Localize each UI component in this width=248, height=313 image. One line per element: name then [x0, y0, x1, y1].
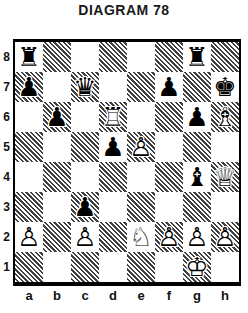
rank-label-8: 8	[0, 42, 13, 72]
square-f4	[155, 162, 183, 192]
square-c4	[71, 162, 99, 192]
rank-label-7: 7	[0, 72, 13, 102]
square-a5	[15, 132, 43, 162]
black-pawn: ♟♟	[183, 102, 211, 132]
square-c2: ♟♙	[71, 222, 99, 252]
board-wrap: ♜♜♜♜♟♟♛♛♟♟♚♚♟♟♜♖♟♟♝♗♟♟♟♙♝♝♛♕♟♟♟♙♟♙♞♘♟♙♟♙…	[13, 39, 241, 303]
piece-glyph: ♟	[99, 132, 127, 162]
square-e5: ♟♙	[127, 132, 155, 162]
square-h6: ♝♗	[211, 102, 239, 132]
white-knight: ♞♘	[127, 222, 155, 252]
piece-glyph: ♜	[183, 42, 211, 72]
square-f8	[155, 42, 183, 72]
square-c7: ♛♛	[71, 72, 99, 102]
black-rook: ♜♜	[15, 42, 43, 72]
square-g6: ♟♟	[183, 102, 211, 132]
board-area: 87654321 ♜♜♜♜♟♟♛♛♟♟♚♚♟♟♜♖♟♟♝♗♟♟♟♙♝♝♛♕♟♟♟…	[0, 39, 241, 303]
square-e8	[127, 42, 155, 72]
square-g8: ♜♜	[183, 42, 211, 72]
square-a2: ♟♙	[15, 222, 43, 252]
black-pawn: ♟♟	[43, 102, 71, 132]
square-c6	[71, 102, 99, 132]
black-king: ♚♚	[211, 72, 239, 102]
square-a3	[15, 192, 43, 222]
file-label-c: c	[71, 288, 99, 303]
piece-glyph: ♟	[71, 192, 99, 222]
file-label-h: h	[211, 288, 239, 303]
square-a6	[15, 102, 43, 132]
piece-glyph: ♚	[211, 72, 239, 102]
rank-label-1: 1	[0, 252, 13, 282]
square-h2: ♟♙	[211, 222, 239, 252]
square-e2: ♞♘	[127, 222, 155, 252]
square-e3	[127, 192, 155, 222]
file-label-b: b	[43, 288, 71, 303]
black-rook: ♜♜	[183, 42, 211, 72]
rank-labels: 87654321	[0, 39, 13, 303]
white-bishop: ♝♗	[211, 102, 239, 132]
square-b4	[43, 162, 71, 192]
square-d2	[99, 222, 127, 252]
white-rook: ♜♖	[99, 102, 127, 132]
square-c5	[71, 132, 99, 162]
chess-diagram-page: DIAGRAM 78 87654321 ♜♜♜♜♟♟♛♛♟♟♚♚♟♟♜♖♟♟♝♗…	[0, 0, 248, 313]
diagram-title: DIAGRAM 78	[0, 0, 248, 18]
square-g1: ♚♔	[183, 252, 211, 282]
piece-glyph: ♙	[183, 222, 211, 252]
square-f1	[155, 252, 183, 282]
white-pawn: ♟♙	[211, 222, 239, 252]
square-d6: ♜♖	[99, 102, 127, 132]
white-pawn: ♟♙	[127, 132, 155, 162]
rank-label-6: 6	[0, 102, 13, 132]
black-queen: ♛♛	[71, 72, 99, 102]
black-bishop: ♝♝	[183, 162, 211, 192]
square-d7	[99, 72, 127, 102]
square-c1	[71, 252, 99, 282]
piece-glyph: ♔	[183, 252, 211, 282]
square-b6: ♟♟	[43, 102, 71, 132]
square-h1	[211, 252, 239, 282]
file-label-a: a	[15, 288, 43, 303]
square-f7: ♟♟	[155, 72, 183, 102]
square-e6	[127, 102, 155, 132]
square-h3	[211, 192, 239, 222]
rank-label-4: 4	[0, 162, 13, 192]
chess-board: ♜♜♜♜♟♟♛♛♟♟♚♚♟♟♜♖♟♟♝♗♟♟♟♙♝♝♛♕♟♟♟♙♟♙♞♘♟♙♟♙…	[13, 39, 241, 286]
piece-glyph: ♜	[15, 42, 43, 72]
square-a1	[15, 252, 43, 282]
file-label-g: g	[183, 288, 211, 303]
piece-glyph: ♗	[211, 102, 239, 132]
square-g4: ♝♝	[183, 162, 211, 192]
white-pawn: ♟♙	[71, 222, 99, 252]
black-pawn: ♟♟	[15, 72, 43, 102]
piece-glyph: ♟	[183, 102, 211, 132]
white-king: ♚♔	[183, 252, 211, 282]
square-b1	[43, 252, 71, 282]
square-h7: ♚♚	[211, 72, 239, 102]
piece-glyph: ♖	[99, 102, 127, 132]
square-d5: ♟♟	[99, 132, 127, 162]
square-f2: ♟♙	[155, 222, 183, 252]
square-a7: ♟♟	[15, 72, 43, 102]
file-label-d: d	[99, 288, 127, 303]
rank-label-3: 3	[0, 192, 13, 222]
piece-glyph: ♟	[155, 72, 183, 102]
square-g3	[183, 192, 211, 222]
rank-label-5: 5	[0, 132, 13, 162]
white-pawn: ♟♙	[183, 222, 211, 252]
square-g7	[183, 72, 211, 102]
square-g2: ♟♙	[183, 222, 211, 252]
black-pawn: ♟♟	[99, 132, 127, 162]
square-b3	[43, 192, 71, 222]
square-d4	[99, 162, 127, 192]
square-b5	[43, 132, 71, 162]
file-label-f: f	[155, 288, 183, 303]
square-e7	[127, 72, 155, 102]
square-h5	[211, 132, 239, 162]
piece-glyph: ♟	[15, 72, 43, 102]
square-b8	[43, 42, 71, 72]
square-c8	[71, 42, 99, 72]
piece-glyph: ♝	[183, 162, 211, 192]
square-h4: ♛♕	[211, 162, 239, 192]
square-d8	[99, 42, 127, 72]
white-pawn: ♟♙	[155, 222, 183, 252]
piece-glyph: ♙	[155, 222, 183, 252]
square-f5	[155, 132, 183, 162]
black-pawn: ♟♟	[71, 192, 99, 222]
black-pawn: ♟♟	[155, 72, 183, 102]
piece-glyph: ♙	[71, 222, 99, 252]
square-e1	[127, 252, 155, 282]
square-h8	[211, 42, 239, 72]
square-d3	[99, 192, 127, 222]
piece-glyph: ♙	[211, 222, 239, 252]
piece-glyph: ♘	[127, 222, 155, 252]
piece-glyph: ♙	[127, 132, 155, 162]
square-g5	[183, 132, 211, 162]
rank-label-2: 2	[0, 222, 13, 252]
square-a8: ♜♜	[15, 42, 43, 72]
square-f6	[155, 102, 183, 132]
square-e4	[127, 162, 155, 192]
square-d1	[99, 252, 127, 282]
square-c3: ♟♟	[71, 192, 99, 222]
square-b7	[43, 72, 71, 102]
white-pawn: ♟♙	[15, 222, 43, 252]
square-a4	[15, 162, 43, 192]
file-labels: abcdefgh	[15, 288, 241, 303]
piece-glyph: ♕	[211, 162, 239, 192]
file-label-e: e	[127, 288, 155, 303]
square-f3	[155, 192, 183, 222]
piece-glyph: ♟	[43, 102, 71, 132]
square-b2	[43, 222, 71, 252]
piece-glyph: ♙	[15, 222, 43, 252]
white-queen: ♛♕	[211, 162, 239, 192]
piece-glyph: ♛	[71, 72, 99, 102]
